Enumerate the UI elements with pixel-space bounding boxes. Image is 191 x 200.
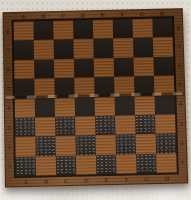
square-a7[interactable] (14, 40, 34, 60)
square-a6[interactable] (14, 59, 34, 79)
rank-label-right-6: 6 (176, 56, 183, 75)
square-a3[interactable] (15, 117, 35, 137)
rank-label-right-3: 3 (178, 114, 185, 134)
file-label-bottom-c: C (56, 178, 76, 185)
rank-label-right-4: 4 (177, 95, 184, 114)
square-g4[interactable] (135, 95, 156, 115)
square-a5[interactable] (14, 79, 34, 99)
square-a1[interactable] (16, 156, 36, 176)
rank-label-left-4: 4 (6, 98, 12, 117)
square-d8[interactable] (73, 20, 93, 39)
rank-label-left-1: 1 (7, 157, 13, 177)
square-a2[interactable] (15, 137, 35, 157)
file-label-bottom-e: E (96, 177, 116, 184)
square-d7[interactable] (73, 39, 93, 59)
square-b6[interactable] (34, 59, 54, 79)
square-f5[interactable] (114, 76, 134, 96)
file-label-bottom-f: F (117, 176, 137, 183)
board-frame: ABCDEFGH ABCDEFGH 87654321 87654321 (3, 8, 189, 187)
square-h1[interactable] (156, 153, 177, 173)
rank-label-right-2: 2 (179, 133, 186, 153)
rank-label-right-7: 7 (176, 37, 183, 56)
square-h6[interactable] (153, 56, 173, 76)
square-g2[interactable] (136, 134, 157, 154)
square-b5[interactable] (34, 78, 54, 98)
square-g8[interactable] (132, 19, 152, 38)
square-b8[interactable] (33, 21, 53, 40)
square-h8[interactable] (152, 18, 172, 37)
square-f7[interactable] (113, 38, 133, 58)
square-g1[interactable] (136, 153, 157, 173)
rank-label-right-5: 5 (177, 75, 184, 94)
square-b7[interactable] (34, 40, 54, 60)
square-f4[interactable] (115, 96, 135, 116)
square-c4[interactable] (55, 97, 75, 117)
file-label-bottom-a: A (16, 179, 36, 186)
square-g7[interactable] (133, 38, 153, 58)
square-b4[interactable] (35, 97, 55, 117)
square-e8[interactable] (93, 20, 113, 39)
square-c2[interactable] (55, 136, 75, 156)
square-h5[interactable] (154, 75, 175, 95)
file-label-bottom-g: G (137, 176, 157, 183)
square-c3[interactable] (55, 116, 75, 136)
square-d2[interactable] (75, 135, 95, 155)
square-a4[interactable] (15, 98, 35, 118)
square-h2[interactable] (156, 133, 177, 153)
square-f3[interactable] (115, 115, 136, 135)
rank-label-left-8: 8 (5, 22, 11, 41)
file-label-bottom-d: D (76, 177, 96, 184)
square-b1[interactable] (36, 156, 56, 176)
file-label-bottom-h: H (157, 175, 177, 182)
board-grid (12, 16, 179, 178)
square-e3[interactable] (95, 115, 115, 135)
rank-label-left-6: 6 (5, 60, 11, 79)
square-c6[interactable] (54, 59, 74, 79)
rank-label-right-1: 1 (179, 153, 186, 173)
square-g3[interactable] (135, 115, 156, 135)
square-c1[interactable] (56, 155, 76, 175)
square-a8[interactable] (14, 21, 34, 40)
square-e4[interactable] (95, 96, 115, 116)
square-g5[interactable] (134, 76, 154, 96)
square-d6[interactable] (74, 58, 94, 78)
square-h4[interactable] (154, 95, 175, 115)
square-h7[interactable] (153, 37, 173, 57)
square-e2[interactable] (95, 135, 116, 155)
square-e6[interactable] (94, 58, 114, 78)
square-f2[interactable] (116, 134, 137, 154)
square-c8[interactable] (53, 20, 73, 39)
file-label-bottom-b: B (36, 178, 56, 185)
square-e7[interactable] (93, 39, 113, 59)
square-h3[interactable] (155, 114, 176, 134)
square-c7[interactable] (54, 39, 74, 59)
square-g6[interactable] (133, 57, 153, 77)
square-c5[interactable] (54, 78, 74, 98)
rank-label-left-5: 5 (5, 79, 11, 98)
square-e5[interactable] (94, 77, 114, 97)
rank-label-left-7: 7 (5, 41, 11, 60)
square-d5[interactable] (74, 77, 94, 97)
square-f8[interactable] (113, 19, 133, 38)
square-f6[interactable] (114, 57, 134, 77)
rank-label-right-8: 8 (175, 18, 182, 37)
rank-label-left-2: 2 (6, 137, 12, 157)
square-b3[interactable] (35, 117, 55, 137)
square-d3[interactable] (75, 116, 95, 136)
chessboard: ABCDEFGH ABCDEFGH 87654321 87654321 (3, 8, 189, 187)
rank-label-left-3: 3 (6, 118, 12, 138)
countertop-background: ABCDEFGH ABCDEFGH 87654321 87654321 (0, 0, 191, 200)
square-d1[interactable] (76, 155, 97, 175)
square-d4[interactable] (75, 97, 95, 117)
square-f1[interactable] (116, 154, 137, 174)
square-b2[interactable] (35, 136, 55, 156)
square-e1[interactable] (96, 154, 117, 174)
